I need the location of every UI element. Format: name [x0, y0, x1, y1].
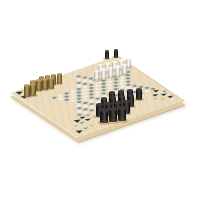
star-dot	[88, 106, 94, 109]
peg-black	[105, 51, 110, 59]
peg-top-cap	[109, 107, 117, 111]
star-dot	[88, 93, 95, 96]
peg-white	[101, 70, 106, 80]
peg-top-cap	[98, 64, 103, 67]
peg-shadow	[103, 57, 110, 59]
star-dot	[119, 79, 126, 82]
star-dot	[100, 85, 107, 88]
star-dot	[76, 100, 83, 103]
peg-top-cap	[109, 91, 115, 94]
peg-top-cap	[114, 101, 121, 105]
peg-shadow	[120, 73, 128, 76]
peg-white	[115, 67, 120, 77]
star-dot	[88, 90, 94, 93]
peg-top-cap	[122, 64, 127, 67]
star-dot	[107, 83, 113, 86]
star-dot	[88, 87, 95, 90]
star-dot	[75, 78, 81, 81]
star-dot	[119, 82, 126, 85]
star-dot	[94, 91, 101, 94]
peg-top-cap	[136, 88, 142, 91]
peg-shadow	[116, 118, 128, 122]
peg-black	[114, 50, 119, 58]
star-dot	[125, 80, 131, 83]
star-dot	[63, 95, 70, 98]
peg-top-cap	[101, 97, 108, 100]
star-dot	[100, 89, 106, 92]
star-dot	[63, 98, 70, 101]
star-dot	[76, 84, 82, 87]
star-dot	[113, 81, 120, 84]
peg-top-cap	[110, 96, 117, 99]
star-dot	[70, 96, 77, 99]
star-dot	[82, 76, 89, 79]
peg-white	[94, 71, 99, 81]
star-dot	[94, 88, 101, 91]
peg-top-cap	[123, 100, 130, 104]
peg-top-cap	[112, 61, 117, 64]
star-dot	[82, 105, 89, 108]
star-dot	[76, 81, 83, 84]
star-dot	[82, 98, 89, 101]
star-dot	[125, 83, 131, 86]
star-dot	[76, 104, 83, 107]
peg-top-cap	[108, 67, 113, 70]
star-dot	[70, 93, 77, 96]
star-dot	[76, 94, 83, 97]
peg-top-cap	[118, 106, 126, 110]
star-dot	[88, 109, 95, 112]
star-dot	[76, 88, 83, 91]
peg-top-cap	[115, 65, 120, 68]
star-dot	[82, 79, 88, 82]
peg-top-cap	[105, 62, 110, 65]
star-dot	[82, 82, 89, 85]
star-dot	[70, 90, 77, 93]
peg-top-cap	[94, 70, 99, 73]
star-dot	[88, 102, 95, 105]
peg-black	[118, 108, 126, 121]
star-dot	[76, 97, 83, 100]
peg-shadow	[134, 98, 144, 101]
star-dot	[106, 80, 113, 83]
star-dot	[76, 110, 83, 113]
star-dot	[119, 85, 126, 88]
star-dot	[113, 84, 120, 87]
star-dot	[88, 99, 95, 102]
peg-top-cap	[36, 79, 42, 82]
star-dot	[94, 94, 100, 97]
star-dot	[131, 84, 138, 87]
peg-top-cap	[48, 77, 54, 80]
star-dot	[144, 90, 150, 93]
star-dot	[70, 99, 77, 102]
star-dot	[144, 86, 151, 89]
star-dot	[94, 84, 100, 87]
peg-top-cap	[101, 68, 106, 71]
peg-top-cap	[127, 89, 133, 92]
star-dot	[76, 91, 83, 94]
star-dot	[57, 94, 64, 97]
peg-top-cap	[119, 59, 124, 62]
peg-top-cap	[96, 103, 103, 107]
product-photo-canvas	[0, 0, 200, 200]
star-dot	[63, 92, 69, 95]
peg-top-cap	[128, 94, 135, 97]
peg-white	[122, 65, 127, 75]
star-dot	[82, 85, 89, 88]
star-dot	[82, 95, 89, 98]
star-dot	[82, 108, 89, 111]
star-dot	[76, 107, 83, 110]
peg-black	[136, 89, 142, 100]
star-dot	[100, 82, 107, 85]
peg-gold	[48, 78, 54, 89]
peg-gold	[57, 74, 62, 84]
star-dot	[57, 97, 64, 100]
star-dot	[51, 96, 58, 99]
star-dot	[94, 97, 101, 100]
star-dot	[100, 92, 107, 95]
peg-top-cap	[105, 102, 112, 106]
star-dot	[88, 83, 95, 86]
peg-top-cap	[42, 78, 48, 81]
peg-top-cap	[126, 58, 131, 61]
peg-top-cap	[105, 50, 110, 52]
peg-shadow	[28, 94, 38, 97]
peg-shadow	[55, 82, 63, 85]
peg-top-cap	[118, 90, 124, 93]
peg-top-cap	[119, 95, 126, 98]
star-dot	[88, 96, 95, 99]
peg-white	[108, 68, 113, 78]
star-dot	[75, 75, 82, 78]
peg-top-cap	[100, 108, 108, 112]
star-dot	[82, 101, 89, 104]
peg-top-cap	[57, 73, 62, 76]
star-dot	[82, 89, 89, 92]
peg-top-cap	[30, 83, 36, 86]
peg-top-cap	[114, 49, 119, 51]
peg-gold	[30, 84, 36, 96]
star-dot	[107, 86, 114, 89]
star-dot	[125, 77, 132, 80]
star-dot	[113, 78, 119, 81]
star-dot	[82, 92, 89, 95]
